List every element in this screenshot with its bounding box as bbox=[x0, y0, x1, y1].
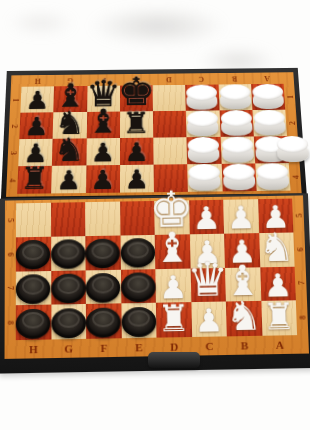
upper-pieces-layer: ♟♝♛♚♟♞♝♜♟♞♟♟♜♟♟♟ bbox=[1, 68, 307, 200]
white-checker bbox=[219, 92, 251, 109]
white-checker bbox=[257, 172, 290, 190]
black-rook: ♜ bbox=[20, 164, 49, 195]
black-checker bbox=[120, 238, 155, 268]
black-pawn: ♟ bbox=[124, 140, 148, 166]
black-pawn: ♟ bbox=[90, 167, 115, 194]
black-bishop: ♝ bbox=[87, 106, 119, 139]
white-checker bbox=[252, 92, 284, 109]
white-checker bbox=[187, 119, 219, 137]
white-rook: ♜ bbox=[157, 301, 191, 339]
white-checker bbox=[222, 145, 254, 163]
black-pawn: ♟ bbox=[91, 140, 115, 166]
black-checker bbox=[121, 306, 156, 336]
black-checker bbox=[51, 273, 86, 303]
board-upper-panel: HGFEDCBA11223344 ♟♝♛♚♟♞♝♜♟♞♟♟♜♟♟♟ bbox=[1, 68, 307, 200]
background-shadow bbox=[6, 10, 76, 36]
white-rook: ♜ bbox=[262, 299, 296, 337]
black-pawn: ♟ bbox=[124, 167, 149, 194]
white-pawn: ♟ bbox=[226, 202, 255, 234]
white-pawn: ♟ bbox=[194, 305, 223, 338]
black-pawn: ♟ bbox=[56, 167, 81, 194]
black-rook: ♜ bbox=[123, 109, 151, 138]
black-checker bbox=[121, 272, 156, 302]
black-checker bbox=[86, 307, 121, 337]
black-checker bbox=[51, 239, 85, 269]
black-knight: ♞ bbox=[54, 134, 85, 167]
white-checker bbox=[277, 144, 310, 162]
white-checker bbox=[221, 118, 253, 136]
board-lower-panel: HGFEDCBA55667788 ♚♟♟♟♝♟♟♞♟♛♝♟♜♟♞♜ bbox=[0, 193, 310, 373]
clasp-latch bbox=[148, 352, 200, 368]
white-pawn: ♟ bbox=[192, 203, 221, 235]
white-checker bbox=[223, 172, 256, 190]
black-checker bbox=[86, 239, 121, 269]
black-pawn: ♟ bbox=[25, 88, 50, 113]
black-checker bbox=[16, 308, 51, 338]
black-checker bbox=[16, 274, 51, 304]
white-checker bbox=[189, 172, 221, 190]
black-checker bbox=[16, 240, 50, 270]
white-knight: ♞ bbox=[225, 296, 262, 337]
white-checker bbox=[187, 93, 218, 110]
black-pawn: ♟ bbox=[24, 114, 49, 139]
black-checker bbox=[86, 273, 121, 303]
black-checker bbox=[51, 308, 86, 338]
white-knight: ♞ bbox=[258, 227, 295, 267]
lower-pieces-layer: ♚♟♟♟♝♟♟♞♟♛♝♟♜♟♞♜ bbox=[0, 193, 310, 373]
white-checker bbox=[254, 118, 286, 136]
white-checker bbox=[188, 145, 220, 163]
product-photo: HGFEDCBA11223344 ♟♝♛♚♟♞♝♜♟♞♟♟♜♟♟♟ HGFEDC… bbox=[0, 0, 310, 430]
background-shadow bbox=[88, 6, 228, 46]
